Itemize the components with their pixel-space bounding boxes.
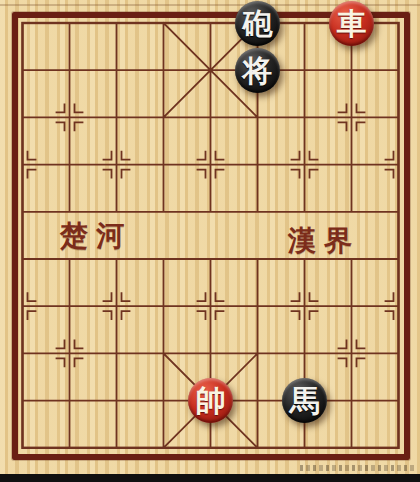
piece-label: 車 <box>337 1 367 46</box>
piece-red-general[interactable]: 帥 <box>188 378 233 423</box>
piece-black-cannon[interactable]: 砲 <box>235 1 280 46</box>
piece-black-general[interactable]: 将 <box>235 48 280 93</box>
piece-black-horse[interactable]: 馬 <box>282 378 327 423</box>
bottom-black-strip <box>0 474 420 482</box>
piece-label: 馬 <box>290 378 320 423</box>
piece-red-chariot[interactable]: 車 <box>329 1 374 46</box>
piece-label: 帥 <box>196 378 226 423</box>
piece-label: 砲 <box>243 1 273 46</box>
xiangqi-app-screen: 楚河 漢界 砲車将帥馬 <box>0 0 420 482</box>
piece-label: 将 <box>243 48 273 93</box>
watermark <box>300 465 416 471</box>
river-label-han-jie: 漢界 <box>288 222 360 260</box>
river-label-chu-he: 楚河 <box>60 217 132 255</box>
